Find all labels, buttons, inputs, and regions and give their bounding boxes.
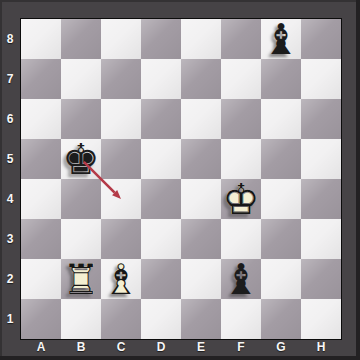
square-g2[interactable] [261,259,301,299]
square-g4[interactable] [261,179,301,219]
square-e7[interactable] [181,59,221,99]
square-e5[interactable] [181,139,221,179]
rank-label-5: 5 [0,139,20,179]
square-d4[interactable] [141,179,181,219]
file-label-B: B [61,338,101,355]
square-d3[interactable] [141,219,181,259]
square-d5[interactable] [141,139,181,179]
square-c8[interactable] [101,19,141,59]
square-f2[interactable]: ♝ [221,259,261,299]
square-b6[interactable] [61,99,101,139]
square-b1[interactable] [61,299,101,339]
square-h5[interactable] [301,139,341,179]
square-a8[interactable] [21,19,61,59]
square-b5[interactable]: ♚ [61,139,101,179]
square-c2[interactable]: ♝♗ [101,259,141,299]
square-b2[interactable]: ♜♖ [61,259,101,299]
rank-label-7: 7 [0,59,20,99]
black-bishop[interactable]: ♝ [261,19,301,59]
chess-board-frame: ♝♚♚♔♜♖♝♗♝ 87654321 ABCDEFGH [0,0,360,360]
file-label-H: H [301,338,341,355]
square-e6[interactable] [181,99,221,139]
square-b4[interactable] [61,179,101,219]
square-f5[interactable] [221,139,261,179]
square-b3[interactable] [61,219,101,259]
black-bishop-glyph: ♝ [221,259,261,299]
rank-label-3: 3 [0,219,20,259]
file-label-A: A [21,338,61,355]
square-d8[interactable] [141,19,181,59]
square-g3[interactable] [261,219,301,259]
black-bishop[interactable]: ♝ [221,259,261,299]
black-king-glyph: ♚ [61,139,101,179]
square-f4[interactable]: ♚♔ [221,179,261,219]
square-a3[interactable] [21,219,61,259]
file-label-D: D [141,338,181,355]
square-a4[interactable] [21,179,61,219]
square-d6[interactable] [141,99,181,139]
square-g7[interactable] [261,59,301,99]
square-c3[interactable] [101,219,141,259]
square-a6[interactable] [21,99,61,139]
square-a2[interactable] [21,259,61,299]
rank-label-4: 4 [0,179,20,219]
square-f8[interactable] [221,19,261,59]
square-h3[interactable] [301,219,341,259]
file-label-G: G [261,338,301,355]
white-bishop-outline: ♗ [101,259,141,299]
square-g8[interactable]: ♝ [261,19,301,59]
square-g6[interactable] [261,99,301,139]
black-king[interactable]: ♚ [61,139,101,179]
square-f3[interactable] [221,219,261,259]
square-e2[interactable] [181,259,221,299]
rank-label-2: 2 [0,259,20,299]
white-king-outline: ♔ [221,179,261,219]
square-a7[interactable] [21,59,61,99]
square-c7[interactable] [101,59,141,99]
square-h7[interactable] [301,59,341,99]
square-a1[interactable] [21,299,61,339]
square-b8[interactable] [61,19,101,59]
square-h6[interactable] [301,99,341,139]
square-g1[interactable] [261,299,301,339]
square-f1[interactable] [221,299,261,339]
file-label-C: C [101,338,141,355]
square-c5[interactable] [101,139,141,179]
square-h1[interactable] [301,299,341,339]
rank-label-1: 1 [0,299,20,339]
square-c1[interactable] [101,299,141,339]
square-h2[interactable] [301,259,341,299]
square-h8[interactable] [301,19,341,59]
square-f7[interactable] [221,59,261,99]
white-king[interactable]: ♚♔ [221,179,261,219]
square-e3[interactable] [181,219,221,259]
file-label-F: F [221,338,261,355]
square-e1[interactable] [181,299,221,339]
square-b7[interactable] [61,59,101,99]
square-g5[interactable] [261,139,301,179]
square-d2[interactable] [141,259,181,299]
square-d1[interactable] [141,299,181,339]
rank-label-6: 6 [0,99,20,139]
white-rook[interactable]: ♜♖ [61,259,101,299]
file-label-E: E [181,338,221,355]
white-rook-outline: ♖ [61,259,101,299]
rank-label-8: 8 [0,19,20,59]
chess-board: ♝♚♚♔♜♖♝♗♝ [20,18,342,340]
square-d7[interactable] [141,59,181,99]
square-h4[interactable] [301,179,341,219]
square-c4[interactable] [101,179,141,219]
black-bishop-glyph: ♝ [261,19,301,59]
square-c6[interactable] [101,99,141,139]
white-bishop[interactable]: ♝♗ [101,259,141,299]
square-e8[interactable] [181,19,221,59]
square-a5[interactable] [21,139,61,179]
square-f6[interactable] [221,99,261,139]
square-e4[interactable] [181,179,221,219]
